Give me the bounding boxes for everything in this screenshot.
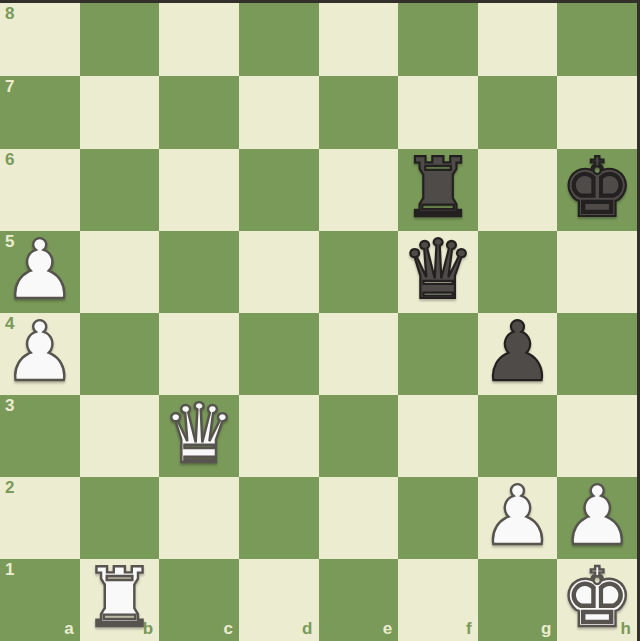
square-b1[interactable]: b♜	[80, 559, 160, 641]
rank-label-3: 3	[5, 397, 14, 416]
square-b7[interactable]	[80, 76, 160, 149]
white-queen[interactable]: ♛	[162, 393, 236, 475]
square-d8[interactable]	[239, 3, 319, 76]
square-a7[interactable]: 7	[0, 76, 80, 149]
square-d5[interactable]	[239, 231, 319, 313]
square-c4[interactable]	[159, 313, 239, 395]
square-f4[interactable]	[398, 313, 478, 395]
white-king[interactable]: ♚	[560, 557, 634, 639]
square-f3[interactable]	[398, 395, 478, 477]
square-e5[interactable]	[319, 231, 399, 313]
black-pawn[interactable]: ♟	[481, 311, 555, 393]
square-f7[interactable]	[398, 76, 478, 149]
square-g8[interactable]	[478, 3, 558, 76]
file-label-f: f	[466, 620, 472, 639]
square-g2[interactable]: ♟	[478, 477, 558, 559]
black-rook[interactable]: ♜	[401, 147, 475, 229]
square-g7[interactable]	[478, 76, 558, 149]
square-b3[interactable]	[80, 395, 160, 477]
rank-label-8: 8	[5, 5, 14, 24]
square-b2[interactable]	[80, 477, 160, 559]
square-e1[interactable]: e	[319, 559, 399, 641]
rank-label-6: 6	[5, 151, 14, 170]
square-a1[interactable]: 1a	[0, 559, 80, 641]
square-d4[interactable]	[239, 313, 319, 395]
file-label-e: e	[383, 620, 392, 639]
square-g4[interactable]: ♟	[478, 313, 558, 395]
square-f1[interactable]: f	[398, 559, 478, 641]
white-pawn[interactable]: ♟	[481, 475, 555, 557]
square-c7[interactable]	[159, 76, 239, 149]
black-queen[interactable]: ♛	[401, 229, 475, 311]
file-label-a: a	[64, 620, 73, 639]
file-label-g: g	[541, 620, 551, 639]
square-e3[interactable]	[319, 395, 399, 477]
white-rook[interactable]: ♜	[83, 557, 157, 639]
square-a2[interactable]: 2	[0, 477, 80, 559]
square-h8[interactable]	[557, 3, 637, 76]
square-d2[interactable]	[239, 477, 319, 559]
rank-label-2: 2	[5, 479, 14, 498]
square-f2[interactable]	[398, 477, 478, 559]
square-h2[interactable]: ♟	[557, 477, 637, 559]
square-c2[interactable]	[159, 477, 239, 559]
file-label-c: c	[223, 620, 232, 639]
square-d7[interactable]	[239, 76, 319, 149]
square-f6[interactable]: ♜	[398, 149, 478, 231]
square-g5[interactable]	[478, 231, 558, 313]
square-e8[interactable]	[319, 3, 399, 76]
white-pawn[interactable]: ♟	[3, 311, 77, 393]
square-e6[interactable]	[319, 149, 399, 231]
square-c1[interactable]: c	[159, 559, 239, 641]
square-b4[interactable]	[80, 313, 160, 395]
square-e4[interactable]	[319, 313, 399, 395]
square-g3[interactable]	[478, 395, 558, 477]
square-h5[interactable]	[557, 231, 637, 313]
chess-board: 876♜♚5♟♛4♟♟3♛2♟♟1ab♜cdefgh♚	[0, 3, 637, 641]
square-h3[interactable]	[557, 395, 637, 477]
rank-label-7: 7	[5, 78, 14, 97]
square-h7[interactable]	[557, 76, 637, 149]
square-a4[interactable]: 4♟	[0, 313, 80, 395]
black-king[interactable]: ♚	[560, 147, 634, 229]
square-b5[interactable]	[80, 231, 160, 313]
square-g6[interactable]	[478, 149, 558, 231]
rank-label-1: 1	[5, 561, 14, 580]
square-g1[interactable]: g	[478, 559, 558, 641]
square-e7[interactable]	[319, 76, 399, 149]
white-pawn[interactable]: ♟	[560, 475, 634, 557]
square-a8[interactable]: 8	[0, 3, 80, 76]
square-e2[interactable]	[319, 477, 399, 559]
square-h4[interactable]	[557, 313, 637, 395]
square-h1[interactable]: h♚	[557, 559, 637, 641]
square-h6[interactable]: ♚	[557, 149, 637, 231]
square-b6[interactable]	[80, 149, 160, 231]
square-a6[interactable]: 6	[0, 149, 80, 231]
square-a3[interactable]: 3	[0, 395, 80, 477]
square-b8[interactable]	[80, 3, 160, 76]
white-pawn[interactable]: ♟	[3, 229, 77, 311]
square-f8[interactable]	[398, 3, 478, 76]
square-c5[interactable]	[159, 231, 239, 313]
square-c6[interactable]	[159, 149, 239, 231]
square-c3[interactable]: ♛	[159, 395, 239, 477]
square-a5[interactable]: 5♟	[0, 231, 80, 313]
square-d6[interactable]	[239, 149, 319, 231]
square-c8[interactable]	[159, 3, 239, 76]
square-d1[interactable]: d	[239, 559, 319, 641]
file-label-d: d	[302, 620, 312, 639]
square-f5[interactable]: ♛	[398, 231, 478, 313]
square-d3[interactable]	[239, 395, 319, 477]
